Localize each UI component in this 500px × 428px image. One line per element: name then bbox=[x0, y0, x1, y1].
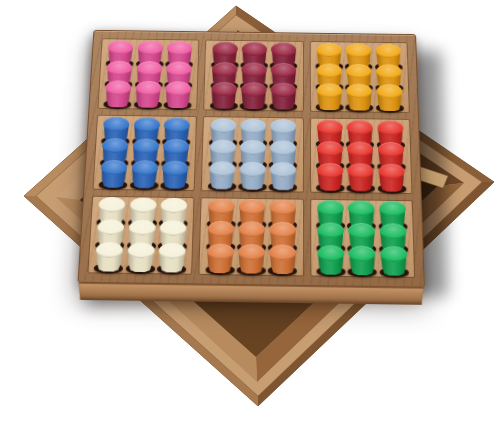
cell-r6-c8 bbox=[346, 167, 375, 187]
peg-top bbox=[209, 161, 235, 176]
peg-top bbox=[376, 84, 402, 99]
cell-r9-c4 bbox=[205, 248, 235, 269]
cell-r6-c1 bbox=[99, 164, 129, 184]
peg-top bbox=[240, 140, 266, 155]
peg-top bbox=[317, 223, 344, 239]
peg-top bbox=[242, 42, 267, 56]
peg-top bbox=[348, 163, 374, 178]
peg-top bbox=[212, 62, 238, 76]
cell-r9-c8 bbox=[347, 250, 377, 271]
peg-orange[interactable] bbox=[269, 244, 296, 274]
peg-top bbox=[346, 63, 372, 77]
block-2-2 bbox=[311, 199, 414, 277]
peg-top bbox=[271, 42, 296, 56]
peg-top bbox=[317, 83, 343, 98]
peg-top bbox=[380, 246, 407, 262]
peg-yellow[interactable] bbox=[346, 84, 372, 111]
peg-green[interactable] bbox=[349, 246, 376, 276]
cell-r3-c2 bbox=[134, 85, 163, 104]
peg-top bbox=[208, 199, 235, 215]
peg-top bbox=[377, 121, 403, 136]
block-1-1 bbox=[202, 117, 303, 191]
block-2-0 bbox=[89, 196, 194, 273]
peg-top bbox=[239, 199, 266, 215]
board-wrap bbox=[76, 30, 425, 305]
peg-blue[interactable] bbox=[161, 160, 188, 188]
peg-light-blue[interactable] bbox=[208, 161, 235, 189]
sudoku-board bbox=[77, 30, 424, 288]
peg-top bbox=[212, 41, 238, 55]
cell-r3-c3 bbox=[164, 85, 193, 104]
cell-r9-c6 bbox=[268, 249, 297, 270]
peg-top bbox=[349, 246, 376, 262]
peg-green[interactable] bbox=[317, 245, 344, 275]
peg-top bbox=[378, 163, 405, 178]
peg-top bbox=[378, 142, 404, 157]
block-0-0 bbox=[98, 39, 198, 109]
peg-top bbox=[379, 223, 406, 239]
peg-top bbox=[270, 162, 296, 177]
peg-top bbox=[210, 118, 236, 133]
peg-red[interactable] bbox=[348, 163, 375, 191]
cell-r3-c9 bbox=[375, 88, 404, 107]
peg-top bbox=[271, 119, 297, 134]
cell-r3-c6 bbox=[270, 87, 298, 106]
peg-top bbox=[271, 83, 297, 98]
peg-pink[interactable] bbox=[165, 81, 192, 108]
peg-top bbox=[209, 139, 235, 154]
peg-top bbox=[317, 200, 344, 216]
peg-top bbox=[316, 43, 341, 57]
peg-cream[interactable] bbox=[127, 242, 155, 272]
peg-top bbox=[347, 120, 373, 135]
peg-top bbox=[376, 64, 402, 78]
block-2-1 bbox=[200, 198, 303, 275]
peg-pink[interactable] bbox=[135, 81, 162, 108]
peg-top bbox=[238, 244, 265, 260]
peg-top bbox=[317, 162, 343, 177]
cell-r3-c5 bbox=[240, 86, 268, 105]
scene bbox=[0, 0, 500, 428]
peg-top bbox=[239, 161, 265, 176]
peg-top bbox=[379, 201, 406, 217]
peg-top bbox=[241, 62, 267, 76]
peg-orange[interactable] bbox=[206, 244, 234, 274]
peg-yellow[interactable] bbox=[376, 84, 402, 111]
cell-r6-c3 bbox=[160, 164, 189, 184]
peg-top bbox=[346, 43, 372, 57]
peg-maroon[interactable] bbox=[211, 82, 237, 109]
peg-top bbox=[346, 84, 372, 99]
peg-maroon[interactable] bbox=[241, 82, 267, 109]
peg-light-blue[interactable] bbox=[270, 162, 296, 190]
peg-top bbox=[270, 222, 297, 238]
cell-r9-c3 bbox=[157, 247, 187, 268]
peg-green[interactable] bbox=[380, 246, 408, 276]
peg-top bbox=[240, 119, 266, 134]
cell-r9-c1 bbox=[94, 246, 124, 267]
block-1-2 bbox=[311, 119, 412, 193]
peg-top bbox=[207, 244, 234, 260]
peg-blue[interactable] bbox=[131, 160, 158, 188]
peg-top bbox=[207, 221, 234, 237]
peg-red[interactable] bbox=[378, 163, 405, 191]
cell-r6-c2 bbox=[130, 164, 160, 184]
cell-r9-c5 bbox=[237, 248, 267, 269]
block-0-1 bbox=[204, 41, 302, 111]
peg-top bbox=[348, 201, 375, 217]
peg-light-blue[interactable] bbox=[239, 161, 266, 189]
block-0-2 bbox=[310, 42, 408, 113]
peg-cream[interactable] bbox=[158, 243, 186, 273]
cell-r9-c2 bbox=[125, 247, 155, 268]
peg-top bbox=[347, 141, 373, 156]
cell-r3-c4 bbox=[210, 86, 238, 105]
cell-r6-c6 bbox=[269, 166, 298, 186]
peg-cream[interactable] bbox=[95, 242, 123, 272]
peg-top bbox=[348, 223, 375, 239]
peg-top bbox=[211, 82, 237, 97]
cell-r6-c9 bbox=[377, 167, 406, 187]
peg-top bbox=[317, 245, 344, 261]
peg-top bbox=[270, 140, 296, 155]
block-1-0 bbox=[94, 116, 197, 190]
cell-r3-c7 bbox=[315, 87, 343, 106]
peg-maroon[interactable] bbox=[271, 83, 297, 110]
cell-r6-c5 bbox=[238, 165, 267, 185]
peg-top bbox=[241, 82, 267, 97]
peg-top bbox=[271, 62, 296, 76]
peg-red[interactable] bbox=[317, 162, 343, 190]
peg-top bbox=[269, 244, 296, 260]
peg-top bbox=[375, 44, 401, 58]
peg-pink[interactable] bbox=[105, 81, 132, 108]
cell-r3-c8 bbox=[345, 88, 373, 107]
peg-top bbox=[317, 120, 343, 135]
peg-top bbox=[270, 200, 297, 216]
peg-blue[interactable] bbox=[100, 159, 128, 187]
peg-top bbox=[317, 141, 343, 156]
peg-top bbox=[316, 63, 342, 77]
cell-r3-c1 bbox=[104, 85, 133, 104]
peg-orange[interactable] bbox=[238, 244, 265, 274]
cell-r6-c7 bbox=[316, 167, 345, 187]
cell-r9-c9 bbox=[379, 250, 409, 271]
cell-r9-c7 bbox=[316, 249, 346, 270]
peg-top bbox=[238, 221, 265, 237]
cell-r6-c4 bbox=[207, 165, 236, 185]
peg-yellow[interactable] bbox=[317, 83, 343, 110]
